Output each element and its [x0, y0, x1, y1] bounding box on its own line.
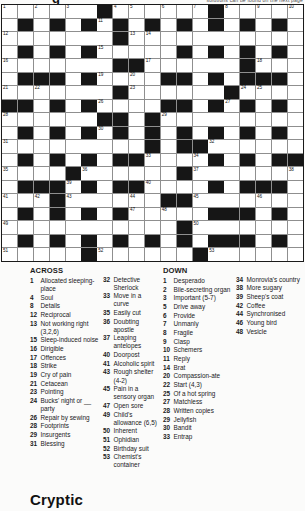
clue-item: 42Coffee	[236, 302, 304, 310]
white-cell[interactable]	[193, 208, 208, 221]
white-cell[interactable]: 10	[288, 5, 303, 18]
white-cell[interactable]	[208, 113, 223, 126]
white-cell[interactable]	[177, 154, 192, 167]
white-cell[interactable]	[129, 113, 144, 126]
white-cell[interactable]	[240, 5, 255, 18]
white-cell[interactable]	[193, 59, 208, 72]
white-cell[interactable]	[177, 181, 192, 194]
white-cell[interactable]: 25	[256, 86, 271, 99]
white-cell[interactable]	[177, 86, 192, 99]
black-cell	[145, 113, 160, 126]
white-cell[interactable]	[256, 167, 271, 180]
white-cell[interactable]	[288, 59, 303, 72]
white-cell[interactable]: 24	[240, 86, 255, 99]
white-cell[interactable]	[288, 19, 303, 32]
black-cell	[208, 154, 223, 167]
white-cell[interactable]: 50	[193, 221, 208, 234]
black-cell	[208, 19, 223, 32]
white-cell[interactable]: 52	[97, 248, 112, 261]
white-cell[interactable]	[97, 221, 112, 234]
white-cell[interactable]	[161, 86, 176, 99]
white-cell[interactable]: 31	[2, 140, 17, 153]
white-cell[interactable]: 11	[97, 19, 112, 32]
white-cell[interactable]: 40	[145, 181, 160, 194]
white-cell[interactable]	[50, 167, 65, 180]
white-cell[interactable]	[34, 140, 49, 153]
clue-item: 34Monrovia's country	[236, 276, 304, 284]
white-cell[interactable]	[97, 59, 112, 72]
white-cell[interactable]	[256, 221, 271, 234]
white-cell[interactable]	[66, 235, 81, 248]
white-cell[interactable]: 15	[97, 46, 112, 59]
white-cell[interactable]	[18, 86, 33, 99]
white-cell[interactable]	[50, 140, 65, 153]
white-cell[interactable]	[177, 248, 192, 261]
white-cell[interactable]	[50, 221, 65, 234]
white-cell[interactable]	[66, 100, 81, 113]
white-cell[interactable]	[34, 221, 49, 234]
white-cell[interactable]	[288, 100, 303, 113]
black-cell	[272, 181, 287, 194]
across-clues-column-1: ACROSS 1Allocated sleeping-place4Soul8De…	[30, 266, 100, 470]
black-cell	[50, 100, 65, 113]
white-cell[interactable]	[240, 113, 255, 126]
white-cell[interactable]	[288, 140, 303, 153]
white-cell[interactable]	[240, 140, 255, 153]
white-cell[interactable]	[272, 194, 287, 207]
white-cell[interactable]	[113, 167, 128, 180]
white-cell[interactable]: 43	[66, 194, 81, 207]
white-cell[interactable]	[161, 221, 176, 234]
white-cell[interactable]	[272, 32, 287, 45]
white-cell[interactable]	[129, 167, 144, 180]
white-cell[interactable]	[240, 167, 255, 180]
white-cell[interactable]	[193, 46, 208, 59]
white-cell[interactable]	[66, 46, 81, 59]
black-cell	[177, 127, 192, 140]
white-cell[interactable]	[34, 32, 49, 45]
white-cell[interactable]	[50, 5, 65, 18]
white-cell[interactable]	[272, 221, 287, 234]
white-cell[interactable]	[66, 208, 81, 221]
white-cell[interactable]: 41	[2, 194, 17, 207]
white-cell[interactable]	[193, 32, 208, 45]
cell-number: 17	[146, 59, 151, 64]
white-cell[interactable]	[256, 100, 271, 113]
white-cell[interactable]	[129, 221, 144, 234]
white-cell[interactable]	[208, 194, 223, 207]
white-cell[interactable]	[288, 208, 303, 221]
white-cell[interactable]	[224, 181, 239, 194]
white-cell[interactable]	[272, 167, 287, 180]
white-cell[interactable]	[97, 86, 112, 99]
white-cell[interactable]: 37	[193, 167, 208, 180]
white-cell[interactable]	[18, 221, 33, 234]
black-cell	[50, 208, 65, 221]
white-cell[interactable]	[145, 248, 160, 261]
white-cell[interactable]: 16	[2, 59, 17, 72]
white-cell[interactable]: 33	[145, 154, 160, 167]
white-cell[interactable]	[2, 19, 17, 32]
white-cell[interactable]	[240, 248, 255, 261]
white-cell[interactable]	[2, 73, 17, 86]
white-cell[interactable]	[145, 208, 160, 221]
white-cell[interactable]	[97, 181, 112, 194]
white-cell[interactable]	[2, 127, 17, 140]
white-cell[interactable]	[18, 194, 33, 207]
white-cell[interactable]: 39	[66, 181, 81, 194]
white-cell[interactable]	[145, 194, 160, 207]
white-cell[interactable]	[224, 19, 239, 32]
white-cell[interactable]	[66, 32, 81, 45]
white-cell[interactable]: 49	[2, 221, 17, 234]
white-cell[interactable]: 51	[2, 248, 17, 261]
white-cell[interactable]	[97, 208, 112, 221]
white-cell[interactable]	[2, 181, 17, 194]
white-cell[interactable]	[161, 235, 176, 248]
cell-number: 16	[3, 59, 8, 64]
black-cell	[113, 113, 128, 126]
white-cell[interactable]	[18, 5, 33, 18]
white-cell[interactable]: 46	[256, 194, 271, 207]
white-cell[interactable]	[161, 59, 176, 72]
white-cell[interactable]: 36	[81, 167, 96, 180]
white-cell[interactable]	[2, 208, 17, 221]
white-cell[interactable]	[256, 113, 271, 126]
white-cell[interactable]	[161, 181, 176, 194]
white-cell[interactable]	[288, 235, 303, 248]
white-cell[interactable]	[272, 248, 287, 261]
white-cell[interactable]	[177, 59, 192, 72]
black-cell	[145, 127, 160, 140]
white-cell[interactable]	[129, 19, 144, 32]
white-cell[interactable]	[288, 73, 303, 86]
white-cell[interactable]	[161, 19, 176, 32]
white-cell[interactable]	[81, 59, 96, 72]
white-cell[interactable]	[145, 86, 160, 99]
white-cell[interactable]	[66, 154, 81, 167]
white-cell[interactable]	[208, 167, 223, 180]
white-cell[interactable]: 13	[129, 32, 144, 45]
white-cell[interactable]	[272, 113, 287, 126]
white-cell[interactable]	[113, 221, 128, 234]
white-cell[interactable]	[256, 248, 271, 261]
white-cell[interactable]	[113, 194, 128, 207]
black-cell	[145, 19, 160, 32]
white-cell[interactable]	[66, 19, 81, 32]
white-cell[interactable]	[224, 167, 239, 180]
white-cell[interactable]	[66, 59, 81, 72]
cell-number: 14	[146, 32, 151, 37]
white-cell[interactable]: 38	[288, 167, 303, 180]
white-cell[interactable]	[18, 140, 33, 153]
white-cell[interactable]	[256, 46, 271, 59]
white-cell[interactable]	[193, 235, 208, 248]
white-cell[interactable]	[145, 5, 160, 18]
white-cell[interactable]	[288, 32, 303, 45]
white-cell[interactable]	[18, 113, 33, 126]
white-cell[interactable]	[224, 73, 239, 86]
white-cell[interactable]: 18	[256, 59, 271, 72]
clues-section: ACROSS 1Allocated sleeping-place4Soul8De…	[30, 266, 304, 470]
white-cell[interactable]	[145, 221, 160, 234]
black-cell	[81, 127, 96, 140]
white-cell[interactable]	[129, 46, 144, 59]
white-cell[interactable]: 30	[97, 127, 112, 140]
white-cell[interactable]: 45	[193, 194, 208, 207]
white-cell[interactable]	[288, 194, 303, 207]
white-cell[interactable]	[177, 5, 192, 18]
cell-number: 11	[98, 19, 103, 24]
white-cell[interactable]	[224, 46, 239, 59]
white-cell[interactable]	[129, 100, 144, 113]
white-cell[interactable]: 2	[34, 5, 49, 18]
white-cell[interactable]	[97, 154, 112, 167]
white-cell[interactable]	[34, 46, 49, 59]
white-cell[interactable]	[288, 46, 303, 59]
white-cell[interactable]	[50, 32, 65, 45]
clue-item: 18Strike	[30, 362, 100, 370]
white-cell[interactable]: 42	[34, 194, 49, 207]
white-cell[interactable]: 5	[129, 5, 144, 18]
white-cell[interactable]	[97, 32, 112, 45]
white-cell[interactable]	[97, 167, 112, 180]
white-cell[interactable]: 9	[256, 5, 271, 18]
clue-item: 25Of a hot spring	[163, 390, 232, 398]
white-cell[interactable]	[193, 113, 208, 126]
white-cell[interactable]	[34, 154, 49, 167]
white-cell[interactable]	[224, 140, 239, 153]
white-cell[interactable]	[81, 86, 96, 99]
white-cell[interactable]	[145, 100, 160, 113]
white-cell[interactable]: 19	[97, 73, 112, 86]
white-cell[interactable]	[161, 167, 176, 180]
white-cell[interactable]	[2, 46, 17, 59]
black-cell	[81, 19, 96, 32]
white-cell[interactable]	[97, 235, 112, 248]
white-cell[interactable]	[18, 167, 33, 180]
clue-item: 17Offences	[30, 354, 100, 362]
white-cell[interactable]	[256, 154, 271, 167]
white-cell[interactable]	[208, 221, 223, 234]
white-cell[interactable]: 53	[208, 248, 223, 261]
crossword-grid[interactable]: 1234567891011121314151617181920212223242…	[1, 4, 304, 262]
white-cell[interactable]	[288, 221, 303, 234]
white-cell[interactable]	[81, 113, 96, 126]
white-cell[interactable]	[240, 32, 255, 45]
white-cell[interactable]: 21	[2, 86, 17, 99]
white-cell[interactable]	[272, 86, 287, 99]
white-cell[interactable]	[81, 5, 96, 18]
white-cell[interactable]	[208, 86, 223, 99]
white-cell[interactable]	[129, 127, 144, 140]
black-cell	[50, 181, 65, 194]
white-cell[interactable]	[161, 32, 176, 45]
white-cell[interactable]	[34, 113, 49, 126]
white-cell[interactable]	[66, 86, 81, 99]
white-cell[interactable]	[113, 73, 128, 86]
white-cell[interactable]	[97, 194, 112, 207]
black-cell	[272, 235, 287, 248]
white-cell[interactable]	[224, 113, 239, 126]
white-cell[interactable]	[272, 59, 287, 72]
white-cell[interactable]	[177, 113, 192, 126]
white-cell[interactable]: 23	[129, 86, 144, 99]
white-cell[interactable]	[66, 140, 81, 153]
white-cell[interactable]	[145, 46, 160, 59]
white-cell[interactable]	[224, 32, 239, 45]
white-cell[interactable]	[177, 32, 192, 45]
white-cell[interactable]: 22	[34, 86, 49, 99]
white-cell[interactable]: 29	[161, 113, 176, 126]
white-cell[interactable]	[50, 113, 65, 126]
white-cell[interactable]	[208, 59, 223, 72]
white-cell[interactable]	[34, 248, 49, 261]
black-cell	[240, 208, 255, 221]
white-cell[interactable]	[193, 181, 208, 194]
white-cell[interactable]	[224, 194, 239, 207]
cell-number: 13	[130, 32, 135, 37]
white-cell[interactable]	[34, 127, 49, 140]
white-cell[interactable]: 20	[129, 73, 144, 86]
white-cell[interactable]	[97, 140, 112, 153]
white-cell[interactable]	[272, 140, 287, 153]
white-cell[interactable]	[193, 86, 208, 99]
white-cell[interactable]	[240, 221, 255, 234]
white-cell[interactable]	[66, 248, 81, 261]
white-cell[interactable]	[193, 100, 208, 113]
black-cell	[272, 154, 287, 167]
white-cell[interactable]	[18, 32, 33, 45]
white-cell[interactable]	[224, 59, 239, 72]
white-cell[interactable]	[256, 208, 271, 221]
white-cell[interactable]	[193, 19, 208, 32]
white-cell[interactable]: 26	[97, 100, 112, 113]
white-cell[interactable]	[288, 127, 303, 140]
white-cell[interactable]	[81, 194, 96, 207]
clue-item: 43Rough shelter (4-2)	[103, 368, 157, 384]
white-cell[interactable]	[18, 248, 33, 261]
white-cell[interactable]	[81, 221, 96, 234]
black-cell	[240, 154, 255, 167]
white-cell[interactable]: 35	[2, 167, 17, 180]
white-cell[interactable]	[34, 235, 49, 248]
white-cell[interactable]	[145, 167, 160, 180]
white-cell[interactable]: 6	[161, 5, 176, 18]
white-cell[interactable]	[113, 248, 128, 261]
white-cell[interactable]: 1	[2, 5, 17, 18]
black-cell	[256, 181, 271, 194]
white-cell[interactable]: 7	[193, 5, 208, 18]
white-cell[interactable]: 32	[208, 140, 223, 153]
white-cell[interactable]	[161, 127, 176, 140]
white-cell[interactable]	[161, 154, 176, 167]
black-cell	[81, 73, 96, 86]
white-cell[interactable]	[288, 248, 303, 261]
white-cell[interactable]	[161, 46, 176, 59]
white-cell[interactable]	[256, 127, 271, 140]
white-cell[interactable]	[66, 221, 81, 234]
white-cell[interactable]	[50, 86, 65, 99]
white-cell[interactable]	[161, 140, 176, 153]
black-cell	[113, 32, 128, 45]
white-cell[interactable]	[2, 154, 17, 167]
white-cell[interactable]	[129, 248, 144, 261]
clue-item: 10Schemers	[163, 346, 232, 354]
white-cell[interactable]: 4	[113, 5, 128, 18]
white-cell[interactable]	[50, 59, 65, 72]
white-cell[interactable]: 8	[224, 5, 239, 18]
white-cell[interactable]: 12	[2, 32, 17, 45]
white-cell[interactable]: 47	[129, 208, 144, 221]
black-cell	[288, 154, 303, 167]
white-cell[interactable]	[34, 59, 49, 72]
white-cell[interactable]	[161, 248, 176, 261]
white-cell[interactable]	[224, 127, 239, 140]
white-cell[interactable]: 48	[161, 208, 176, 221]
white-cell[interactable]	[256, 140, 271, 153]
white-cell[interactable]	[240, 194, 255, 207]
cell-number: 23	[130, 86, 135, 91]
white-cell[interactable]: 28	[2, 113, 17, 126]
white-cell[interactable]	[2, 235, 17, 248]
black-cell	[240, 127, 255, 140]
white-cell[interactable]: 27	[224, 100, 239, 113]
white-cell[interactable]	[272, 5, 287, 18]
white-cell[interactable]	[145, 73, 160, 86]
white-cell[interactable]: 44	[129, 194, 144, 207]
white-cell[interactable]	[34, 167, 49, 180]
white-cell[interactable]	[113, 100, 128, 113]
white-cell[interactable]	[224, 248, 239, 261]
white-cell[interactable]	[208, 32, 223, 45]
white-cell[interactable]	[34, 100, 49, 113]
black-cell	[256, 73, 271, 86]
white-cell[interactable]: 3	[66, 5, 81, 18]
cell-number: 46	[257, 195, 262, 200]
white-cell[interactable]	[177, 208, 192, 221]
white-cell[interactable]	[256, 19, 271, 32]
white-cell[interactable]: 14	[145, 32, 160, 45]
white-cell[interactable]	[129, 235, 144, 248]
white-cell[interactable]	[224, 221, 239, 234]
white-cell[interactable]	[50, 248, 65, 261]
white-cell[interactable]: 34	[193, 154, 208, 167]
white-cell[interactable]	[66, 113, 81, 126]
white-cell[interactable]	[256, 235, 271, 248]
white-cell[interactable]	[18, 59, 33, 72]
white-cell[interactable]	[288, 86, 303, 99]
white-cell[interactable]	[193, 127, 208, 140]
white-cell[interactable]	[66, 127, 81, 140]
white-cell[interactable]	[193, 73, 208, 86]
white-cell[interactable]	[288, 181, 303, 194]
cell-number: 41	[3, 195, 8, 200]
white-cell[interactable]	[34, 19, 49, 32]
black-cell	[81, 235, 96, 248]
white-cell[interactable]	[81, 140, 96, 153]
white-cell[interactable]	[81, 32, 96, 45]
white-cell[interactable]	[129, 140, 144, 153]
white-cell[interactable]	[288, 113, 303, 126]
white-cell[interactable]	[224, 154, 239, 167]
white-cell[interactable]	[113, 46, 128, 59]
white-cell[interactable]	[113, 140, 128, 153]
white-cell[interactable]	[256, 32, 271, 45]
white-cell[interactable]: 17	[145, 59, 160, 72]
white-cell[interactable]	[66, 73, 81, 86]
white-cell[interactable]	[34, 208, 49, 221]
